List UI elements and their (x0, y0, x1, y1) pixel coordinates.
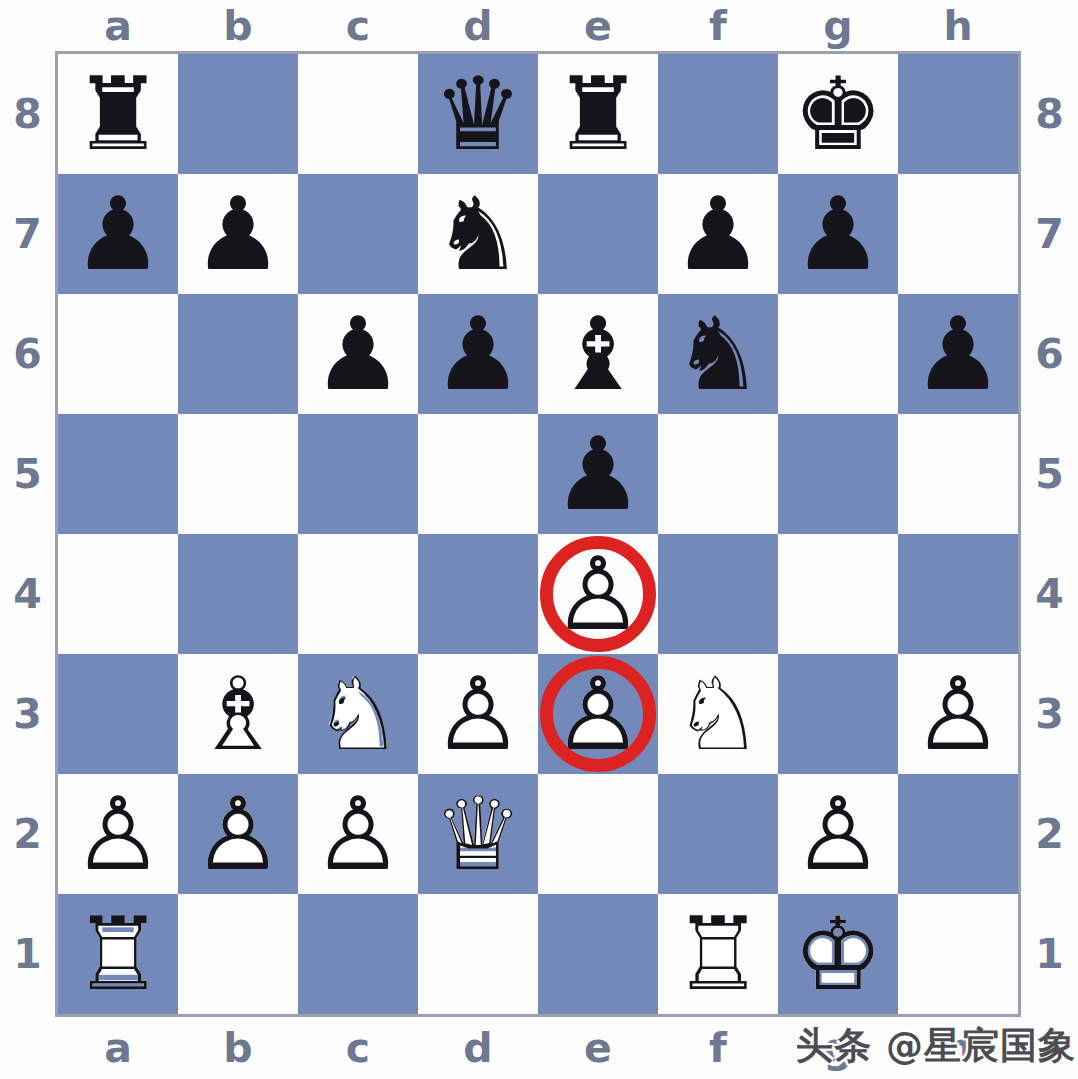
piece-white-pawn-c2[interactable]: ♟♙ (313, 784, 404, 885)
piece-black-knight-d7[interactable]: ♞ (433, 184, 524, 285)
square-h1[interactable] (898, 894, 1018, 1014)
piece-black-pawn-b7[interactable]: ♟ (193, 184, 284, 285)
file-label-b: b (223, 2, 252, 50)
square-f4[interactable] (658, 534, 778, 654)
square-f6[interactable]: ♞ (658, 294, 778, 414)
file-label-e: e (584, 2, 612, 50)
square-a3[interactable] (58, 654, 178, 774)
rank-label-4: 4 (1035, 570, 1064, 618)
piece-white-knight-f3[interactable]: ♞♘ (673, 664, 764, 765)
square-b8[interactable] (178, 54, 298, 174)
square-d5[interactable] (418, 414, 538, 534)
rank-label-1: 1 (13, 930, 42, 978)
square-f8[interactable] (658, 54, 778, 174)
square-d7[interactable]: ♞ (418, 174, 538, 294)
square-g1[interactable]: ♚♔ (778, 894, 898, 1014)
piece-white-pawn-a2[interactable]: ♟♙ (73, 784, 164, 885)
rank-label-7: 7 (1035, 210, 1064, 258)
square-d4[interactable] (418, 534, 538, 654)
piece-white-rook-a1[interactable]: ♜♖ (73, 904, 164, 1005)
watermark: 头条 @星宸国象 (796, 1021, 1076, 1071)
piece-black-bishop-e6[interactable]: ♝ (553, 304, 644, 405)
white-piece-outline: ♙ (73, 775, 164, 893)
square-e8[interactable]: ♜ (538, 54, 658, 174)
rank-labels-left: 87654321 (0, 54, 55, 1014)
square-h6[interactable]: ♟ (898, 294, 1018, 414)
white-piece-outline: ♔ (793, 895, 884, 1013)
square-a4[interactable] (58, 534, 178, 654)
square-h7[interactable] (898, 174, 1018, 294)
square-b6[interactable] (178, 294, 298, 414)
square-f5[interactable] (658, 414, 778, 534)
white-piece-outline: ♘ (313, 655, 404, 773)
square-d3[interactable]: ♟♙ (418, 654, 538, 774)
square-a7[interactable]: ♟ (58, 174, 178, 294)
square-c4[interactable] (298, 534, 418, 654)
piece-black-rook-e8[interactable]: ♜ (553, 64, 644, 165)
square-e2[interactable] (538, 774, 658, 894)
square-c6[interactable]: ♟ (298, 294, 418, 414)
file-label-c: c (346, 2, 370, 50)
square-d6[interactable]: ♟ (418, 294, 538, 414)
piece-black-knight-f6[interactable]: ♞ (673, 304, 764, 405)
square-g7[interactable]: ♟ (778, 174, 898, 294)
square-a5[interactable] (58, 414, 178, 534)
square-g3[interactable] (778, 654, 898, 774)
square-h5[interactable] (898, 414, 1018, 534)
piece-white-pawn-e3[interactable]: ♟♙ (553, 664, 644, 765)
piece-white-pawn-h3[interactable]: ♟♙ (913, 664, 1004, 765)
white-piece-outline: ♙ (193, 775, 284, 893)
file-labels-top: abcdefgh (58, 0, 1018, 51)
piece-white-queen-d2[interactable]: ♛♕ (433, 784, 524, 885)
square-h3[interactable]: ♟♙ (898, 654, 1018, 774)
square-d1[interactable] (418, 894, 538, 1014)
file-label-c: c (346, 1024, 370, 1072)
white-piece-outline: ♙ (433, 655, 524, 773)
square-h2[interactable] (898, 774, 1018, 894)
white-piece-outline: ♖ (673, 895, 764, 1013)
square-e7[interactable] (538, 174, 658, 294)
rank-label-3: 3 (13, 690, 42, 738)
piece-black-pawn-g7[interactable]: ♟ (793, 184, 884, 285)
rank-label-5: 5 (1035, 450, 1064, 498)
file-label-f: f (709, 2, 727, 50)
square-g6[interactable] (778, 294, 898, 414)
square-g8[interactable]: ♚ (778, 54, 898, 174)
chess-board: ♜♛♜♚♟♟♞♟♟♟♟♝♞♟♟♟♙♝♗♞♘♟♙♟♙♞♘♟♙♟♙♟♙♟♙♛♕♟♙♜… (55, 51, 1021, 1017)
piece-black-pawn-f7[interactable]: ♟ (673, 184, 764, 285)
square-b2[interactable]: ♟♙ (178, 774, 298, 894)
white-piece-outline: ♘ (673, 655, 764, 773)
rank-label-2: 2 (13, 810, 42, 858)
piece-black-pawn-d6[interactable]: ♟ (433, 304, 524, 405)
square-f1[interactable]: ♜♖ (658, 894, 778, 1014)
square-e3[interactable]: ♟♙ (538, 654, 658, 774)
square-b7[interactable]: ♟ (178, 174, 298, 294)
piece-white-rook-f1[interactable]: ♜♖ (673, 904, 764, 1005)
rank-label-1: 1 (1035, 930, 1064, 978)
rank-label-2: 2 (1035, 810, 1064, 858)
rank-label-5: 5 (13, 450, 42, 498)
square-f2[interactable] (658, 774, 778, 894)
file-label-b: b (223, 1024, 252, 1072)
piece-black-queen-d8[interactable]: ♛ (433, 64, 524, 165)
square-g4[interactable] (778, 534, 898, 654)
square-c8[interactable] (298, 54, 418, 174)
square-a8[interactable]: ♜ (58, 54, 178, 174)
rank-label-4: 4 (13, 570, 42, 618)
square-c7[interactable] (298, 174, 418, 294)
white-piece-outline: ♙ (913, 655, 1004, 773)
square-e4[interactable]: ♟♙ (538, 534, 658, 654)
file-label-d: d (463, 1024, 492, 1072)
file-label-h: h (943, 2, 972, 50)
piece-white-pawn-g2[interactable]: ♟♙ (793, 784, 884, 885)
square-d8[interactable]: ♛ (418, 54, 538, 174)
square-a1[interactable]: ♜♖ (58, 894, 178, 1014)
square-e5[interactable]: ♟ (538, 414, 658, 534)
piece-black-pawn-a7[interactable]: ♟ (73, 184, 164, 285)
square-d2[interactable]: ♛♕ (418, 774, 538, 894)
rank-label-8: 8 (13, 90, 42, 138)
white-piece-outline: ♙ (553, 535, 644, 653)
piece-white-pawn-d3[interactable]: ♟♙ (433, 664, 524, 765)
piece-black-rook-a8[interactable]: ♜ (73, 64, 164, 165)
rank-label-8: 8 (1035, 90, 1064, 138)
file-label-a: a (104, 2, 132, 50)
white-piece-outline: ♙ (793, 775, 884, 893)
file-label-e: e (584, 1024, 612, 1072)
piece-white-pawn-e4[interactable]: ♟♙ (553, 544, 644, 645)
square-e1[interactable] (538, 894, 658, 1014)
square-h8[interactable] (898, 54, 1018, 174)
file-label-d: d (463, 2, 492, 50)
square-c3[interactable]: ♞♘ (298, 654, 418, 774)
square-c1[interactable] (298, 894, 418, 1014)
white-piece-outline: ♙ (553, 655, 644, 773)
file-label-g: g (823, 2, 852, 50)
square-b1[interactable] (178, 894, 298, 1014)
rank-label-7: 7 (13, 210, 42, 258)
square-c2[interactable]: ♟♙ (298, 774, 418, 894)
square-a2[interactable]: ♟♙ (58, 774, 178, 894)
white-piece-outline: ♖ (73, 895, 164, 1013)
piece-white-king-g1[interactable]: ♚♔ (793, 904, 884, 1005)
square-e6[interactable]: ♝ (538, 294, 658, 414)
square-g2[interactable]: ♟♙ (778, 774, 898, 894)
square-b3[interactable]: ♝♗ (178, 654, 298, 774)
square-f7[interactable]: ♟ (658, 174, 778, 294)
piece-white-bishop-b3[interactable]: ♝♗ (193, 664, 284, 765)
square-f3[interactable]: ♞♘ (658, 654, 778, 774)
white-piece-outline: ♙ (313, 775, 404, 893)
piece-black-pawn-e5[interactable]: ♟ (553, 424, 644, 525)
rank-label-6: 6 (1035, 330, 1064, 378)
white-piece-outline: ♕ (433, 775, 524, 893)
piece-black-pawn-c6[interactable]: ♟ (313, 304, 404, 405)
square-g5[interactable] (778, 414, 898, 534)
piece-white-knight-c3[interactable]: ♞♘ (313, 664, 404, 765)
piece-black-pawn-h6[interactable]: ♟ (913, 304, 1004, 405)
square-b5[interactable] (178, 414, 298, 534)
file-label-f: f (709, 1024, 727, 1072)
white-piece-outline: ♗ (193, 655, 284, 773)
square-b4[interactable] (178, 534, 298, 654)
file-label-a: a (104, 1024, 132, 1072)
rank-labels-right: 87654321 (1021, 54, 1078, 1014)
square-a6[interactable] (58, 294, 178, 414)
rank-label-6: 6 (13, 330, 42, 378)
square-h4[interactable] (898, 534, 1018, 654)
page: abcdefgh 87654321 ♜♛♜♚♟♟♞♟♟♟♟♝♞♟♟♟♙♝♗♞♘♟… (0, 0, 1078, 1079)
piece-white-pawn-b2[interactable]: ♟♙ (193, 784, 284, 885)
rank-label-3: 3 (1035, 690, 1064, 738)
piece-black-king-g8[interactable]: ♚ (793, 64, 884, 165)
square-c5[interactable] (298, 414, 418, 534)
